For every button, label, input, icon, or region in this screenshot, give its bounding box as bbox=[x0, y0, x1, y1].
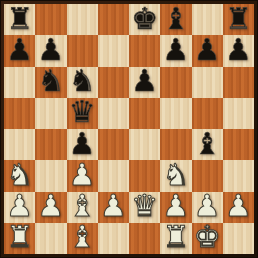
black-pawn-f7[interactable]: ♟ bbox=[162, 35, 189, 65]
square-b2[interactable]: ♟ bbox=[35, 192, 66, 223]
square-f1[interactable]: ♜ bbox=[160, 223, 191, 254]
square-g1[interactable]: ♚ bbox=[192, 223, 223, 254]
square-f6[interactable] bbox=[160, 67, 191, 98]
square-d6[interactable] bbox=[98, 67, 129, 98]
square-e2[interactable]: ♛ bbox=[129, 192, 160, 223]
square-b4[interactable] bbox=[35, 129, 66, 160]
square-g5[interactable] bbox=[192, 98, 223, 129]
square-c7[interactable] bbox=[67, 35, 98, 66]
square-e4[interactable] bbox=[129, 129, 160, 160]
square-f5[interactable] bbox=[160, 98, 191, 129]
white-bishop-c2[interactable]: ♝ bbox=[69, 191, 96, 221]
square-e1[interactable] bbox=[129, 223, 160, 254]
square-b5[interactable] bbox=[35, 98, 66, 129]
square-f4[interactable] bbox=[160, 129, 191, 160]
white-knight-a3[interactable]: ♞ bbox=[6, 160, 33, 190]
square-d2[interactable]: ♟ bbox=[98, 192, 129, 223]
white-rook-a1[interactable]: ♜ bbox=[6, 222, 33, 252]
square-c1[interactable]: ♝ bbox=[67, 223, 98, 254]
square-f3[interactable]: ♞ bbox=[160, 160, 191, 191]
square-b1[interactable] bbox=[35, 223, 66, 254]
square-h4[interactable] bbox=[223, 129, 254, 160]
square-g7[interactable]: ♟ bbox=[192, 35, 223, 66]
square-e5[interactable] bbox=[129, 98, 160, 129]
square-h2[interactable]: ♟ bbox=[223, 192, 254, 223]
square-a1[interactable]: ♜ bbox=[4, 223, 35, 254]
square-c8[interactable] bbox=[67, 4, 98, 35]
square-d4[interactable] bbox=[98, 129, 129, 160]
white-pawn-c3[interactable]: ♟ bbox=[69, 160, 96, 190]
square-h8[interactable]: ♜ bbox=[223, 4, 254, 35]
square-a2[interactable]: ♟ bbox=[4, 192, 35, 223]
black-knight-b6[interactable]: ♞ bbox=[37, 66, 64, 96]
square-g8[interactable] bbox=[192, 4, 223, 35]
black-pawn-g7[interactable]: ♟ bbox=[194, 35, 221, 65]
square-b6[interactable]: ♞ bbox=[35, 67, 66, 98]
white-pawn-a2[interactable]: ♟ bbox=[6, 191, 33, 221]
square-a8[interactable]: ♜ bbox=[4, 4, 35, 35]
white-pawn-b2[interactable]: ♟ bbox=[37, 191, 64, 221]
square-a7[interactable]: ♟ bbox=[4, 35, 35, 66]
square-h5[interactable] bbox=[223, 98, 254, 129]
square-d3[interactable] bbox=[98, 160, 129, 191]
black-pawn-a7[interactable]: ♟ bbox=[6, 35, 33, 65]
white-queen-e2[interactable]: ♛ bbox=[131, 191, 158, 221]
square-f7[interactable]: ♟ bbox=[160, 35, 191, 66]
square-e8[interactable]: ♚ bbox=[129, 4, 160, 35]
square-d5[interactable] bbox=[98, 98, 129, 129]
black-rook-h8[interactable]: ♜ bbox=[225, 4, 252, 34]
square-e7[interactable] bbox=[129, 35, 160, 66]
black-pawn-b7[interactable]: ♟ bbox=[37, 35, 64, 65]
square-a4[interactable] bbox=[4, 129, 35, 160]
square-f8[interactable]: ♝ bbox=[160, 4, 191, 35]
white-knight-f3[interactable]: ♞ bbox=[162, 160, 189, 190]
square-c5[interactable]: ♛ bbox=[67, 98, 98, 129]
black-queen-c5[interactable]: ♛ bbox=[69, 97, 96, 127]
square-c6[interactable]: ♞ bbox=[67, 67, 98, 98]
white-pawn-f2[interactable]: ♟ bbox=[162, 191, 189, 221]
square-g3[interactable] bbox=[192, 160, 223, 191]
square-g2[interactable]: ♟ bbox=[192, 192, 223, 223]
black-pawn-c4[interactable]: ♟ bbox=[69, 129, 96, 159]
black-pawn-h7[interactable]: ♟ bbox=[225, 35, 252, 65]
white-pawn-g2[interactable]: ♟ bbox=[194, 191, 221, 221]
square-h3[interactable] bbox=[223, 160, 254, 191]
square-f2[interactable]: ♟ bbox=[160, 192, 191, 223]
black-king-e8[interactable]: ♚ bbox=[131, 4, 158, 34]
board-frame: ♜♚♝♜♟♟♟♟♟♞♞♟♛♟♝♞♟♞♟♟♝♟♛♟♟♟♜♝♜♚ bbox=[0, 0, 258, 258]
square-h7[interactable]: ♟ bbox=[223, 35, 254, 66]
square-h6[interactable] bbox=[223, 67, 254, 98]
white-bishop-c1[interactable]: ♝ bbox=[69, 222, 96, 252]
black-bishop-g4[interactable]: ♝ bbox=[194, 129, 221, 159]
square-g6[interactable] bbox=[192, 67, 223, 98]
square-b3[interactable] bbox=[35, 160, 66, 191]
square-a6[interactable] bbox=[4, 67, 35, 98]
chess-board: ♜♚♝♜♟♟♟♟♟♞♞♟♛♟♝♞♟♞♟♟♝♟♛♟♟♟♜♝♜♚ bbox=[4, 4, 254, 254]
square-d1[interactable] bbox=[98, 223, 129, 254]
square-h1[interactable] bbox=[223, 223, 254, 254]
square-c2[interactable]: ♝ bbox=[67, 192, 98, 223]
square-c4[interactable]: ♟ bbox=[67, 129, 98, 160]
square-e3[interactable] bbox=[129, 160, 160, 191]
square-b8[interactable] bbox=[35, 4, 66, 35]
white-pawn-h2[interactable]: ♟ bbox=[225, 191, 252, 221]
square-d8[interactable] bbox=[98, 4, 129, 35]
square-e6[interactable]: ♟ bbox=[129, 67, 160, 98]
black-rook-a8[interactable]: ♜ bbox=[6, 4, 33, 34]
square-b7[interactable]: ♟ bbox=[35, 35, 66, 66]
white-king-g1[interactable]: ♚ bbox=[194, 222, 221, 252]
black-pawn-e6[interactable]: ♟ bbox=[131, 66, 158, 96]
square-d7[interactable] bbox=[98, 35, 129, 66]
white-rook-f1[interactable]: ♜ bbox=[162, 222, 189, 252]
square-g4[interactable]: ♝ bbox=[192, 129, 223, 160]
square-c3[interactable]: ♟ bbox=[67, 160, 98, 191]
black-knight-c6[interactable]: ♞ bbox=[69, 66, 96, 96]
black-bishop-f8[interactable]: ♝ bbox=[162, 4, 189, 34]
square-a3[interactable]: ♞ bbox=[4, 160, 35, 191]
white-pawn-d2[interactable]: ♟ bbox=[100, 191, 127, 221]
square-a5[interactable] bbox=[4, 98, 35, 129]
